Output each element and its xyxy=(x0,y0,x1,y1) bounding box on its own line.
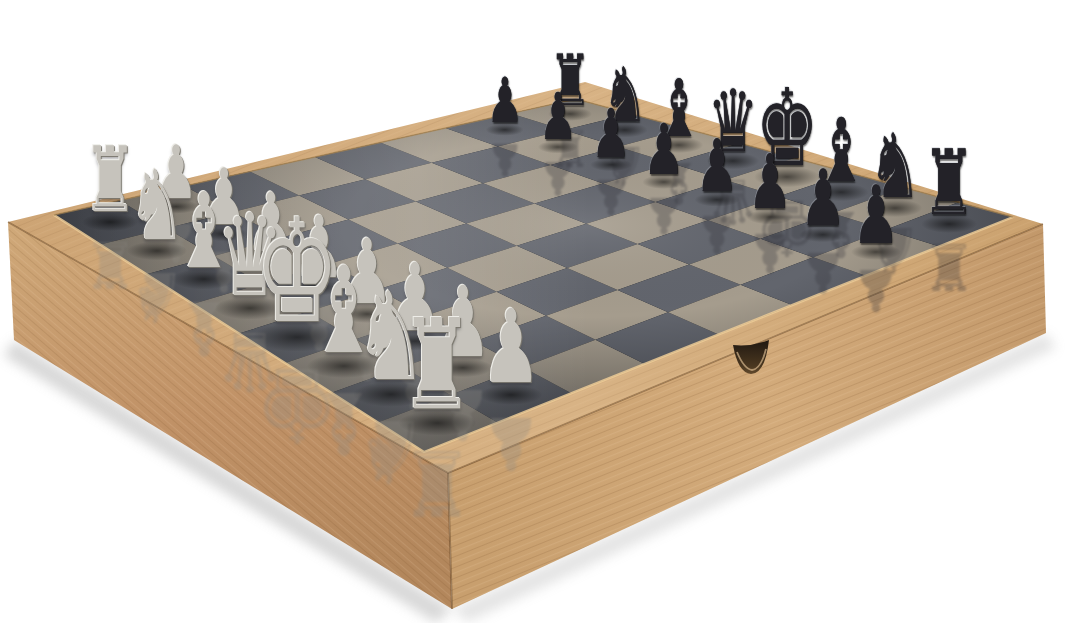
piece-glyph: ♟ xyxy=(539,85,577,150)
piece-reflection: ♟ xyxy=(539,154,577,201)
piece-reflection: ♜ xyxy=(400,437,474,527)
piece-reflection: ♟ xyxy=(643,190,684,240)
piece-glyph: ♟ xyxy=(695,130,738,203)
piece-glyph: ♟ xyxy=(486,70,523,132)
piece-reflection: ♟ xyxy=(852,261,900,319)
piece-reflection: ♟ xyxy=(800,243,846,299)
piece-glyph: ♜ xyxy=(922,137,975,227)
piece-reflection: ♟ xyxy=(486,136,523,181)
pieces-layer: ♜♜♟♟♞♞♝♝♟♟♛♛♟♟♚♚♟♟♝♝♟♟♟♟♞♞♟♟♜♜♜♜♟♟♟♟♞♞♟♟… xyxy=(0,0,1080,623)
piece-reflection: ♟ xyxy=(748,225,793,279)
piece-glyph: ♟ xyxy=(643,115,684,185)
piece-glyph: ♟ xyxy=(852,175,900,256)
piece-reflection: ♟ xyxy=(480,406,540,479)
piece-glyph: ♜ xyxy=(400,303,474,428)
piece-glyph: ♟ xyxy=(800,160,846,238)
piece-glyph: ♟ xyxy=(748,145,793,220)
piece-glyph: ♟ xyxy=(591,100,631,168)
piece-reflection: ♟ xyxy=(695,208,738,260)
piece-reflection: ♜ xyxy=(922,234,975,299)
chess-set-product-photo: ♜♜♟♟♞♞♝♝♟♟♛♛♟♟♚♚♟♟♝♝♟♟♟♟♞♞♟♟♜♜♜♜♟♟♟♟♞♞♟♟… xyxy=(0,0,1080,623)
piece-reflection: ♟ xyxy=(591,172,631,221)
piece-glyph: ♟ xyxy=(480,297,540,399)
